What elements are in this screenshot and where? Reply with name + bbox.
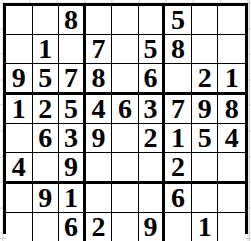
- cell-r4c9: 8: [218, 95, 245, 124]
- cell-r6c6[interactable]: [139, 153, 166, 184]
- cell-r7c3: 1: [59, 184, 86, 213]
- cell-r1c6[interactable]: [139, 6, 166, 35]
- cell-r4c5: 6: [112, 95, 139, 124]
- cell-r8c5[interactable]: [112, 213, 139, 241]
- cell-r4c4: 4: [86, 95, 113, 124]
- cell-r4c1: 1: [6, 95, 33, 124]
- cell-r8c2[interactable]: [33, 213, 60, 241]
- cell-r4c2: 2: [33, 95, 60, 124]
- cell-r3c6: 6: [139, 64, 166, 95]
- sudoku-puzzle: 8517589578621125463798639215449291662915…: [0, 0, 251, 241]
- cell-r7c1[interactable]: [6, 184, 33, 213]
- cell-r4c7: 7: [165, 95, 192, 124]
- cell-r6c4[interactable]: [86, 153, 113, 184]
- cell-r5c4: 9: [86, 124, 113, 153]
- cell-r8c8: 1: [192, 213, 219, 241]
- cell-r7c4[interactable]: [86, 184, 113, 213]
- cell-r7c6[interactable]: [139, 184, 166, 213]
- cell-r8c4: 2: [86, 213, 113, 241]
- cell-r2c2: 1: [33, 35, 60, 64]
- cell-r3c4: 8: [86, 64, 113, 95]
- cell-r7c7: 6: [165, 184, 192, 213]
- cell-r5c7: 1: [165, 124, 192, 153]
- cell-r2c4: 7: [86, 35, 113, 64]
- cell-r3c5[interactable]: [112, 64, 139, 95]
- cell-r2c7: 8: [165, 35, 192, 64]
- cell-r6c3: 9: [59, 153, 86, 184]
- cell-r2c8[interactable]: [192, 35, 219, 64]
- cell-r3c7[interactable]: [165, 64, 192, 95]
- cell-r1c8[interactable]: [192, 6, 219, 35]
- cell-r7c5[interactable]: [112, 184, 139, 213]
- cell-r8c9[interactable]: [218, 213, 245, 241]
- cell-r1c9[interactable]: [218, 6, 245, 35]
- cell-r1c7: 5: [165, 6, 192, 35]
- cell-r6c9[interactable]: [218, 153, 245, 184]
- cell-r8c1[interactable]: [6, 213, 33, 241]
- cell-r3c9: 1: [218, 64, 245, 95]
- cell-r6c8[interactable]: [192, 153, 219, 184]
- cell-r3c3: 7: [59, 64, 86, 95]
- cell-r6c2[interactable]: [33, 153, 60, 184]
- cell-r1c3: 8: [59, 6, 86, 35]
- cell-r4c6: 3: [139, 95, 166, 124]
- sudoku-board: 8517589578621125463798639215449291662915…: [3, 3, 248, 234]
- cell-r4c3: 5: [59, 95, 86, 124]
- cell-r1c2[interactable]: [33, 6, 60, 35]
- cell-r7c9[interactable]: [218, 184, 245, 213]
- cell-r5c5[interactable]: [112, 124, 139, 153]
- cell-r6c5[interactable]: [112, 153, 139, 184]
- cell-r3c1: 9: [6, 64, 33, 95]
- cell-r6c1: 4: [6, 153, 33, 184]
- cell-r2c5[interactable]: [112, 35, 139, 64]
- cell-r3c2: 5: [33, 64, 60, 95]
- cell-r8c6: 9: [139, 213, 166, 241]
- cell-r3c8: 2: [192, 64, 219, 95]
- cell-r8c3: 6: [59, 213, 86, 241]
- cell-r6c7: 2: [165, 153, 192, 184]
- cell-r5c6: 2: [139, 124, 166, 153]
- cell-r5c2: 6: [33, 124, 60, 153]
- cell-r8c7[interactable]: [165, 213, 192, 241]
- cell-r7c2: 9: [33, 184, 60, 213]
- cell-r1c4[interactable]: [86, 6, 113, 35]
- cell-r4c8: 9: [192, 95, 219, 124]
- cell-r7c8[interactable]: [192, 184, 219, 213]
- cell-r5c1[interactable]: [6, 124, 33, 153]
- cell-r5c3: 3: [59, 124, 86, 153]
- spreadsheet-gridline-right: [249, 0, 250, 241]
- cell-r2c9[interactable]: [218, 35, 245, 64]
- cell-r2c3[interactable]: [59, 35, 86, 64]
- cell-r1c1[interactable]: [6, 6, 33, 35]
- cell-r1c5[interactable]: [112, 6, 139, 35]
- cell-r5c8: 5: [192, 124, 219, 153]
- cell-r2c1[interactable]: [6, 35, 33, 64]
- cell-r5c9: 4: [218, 124, 245, 153]
- cell-r2c6: 5: [139, 35, 166, 64]
